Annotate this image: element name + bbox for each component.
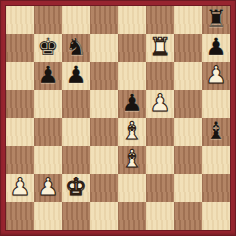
square-d7[interactable]	[90, 34, 118, 62]
black-pawn-b6[interactable]: ♟	[37, 61, 59, 89]
square-h6[interactable]: ♟	[202, 62, 230, 90]
white-pawn-b2[interactable]: ♟	[37, 173, 59, 201]
square-b7[interactable]: ♚	[34, 34, 62, 62]
square-g2[interactable]	[174, 174, 202, 202]
square-d4[interactable]	[90, 118, 118, 146]
chess-board: ♜♚♞♜♟♟♟♟♟♟♝♝♝♟♟♚	[6, 6, 230, 230]
square-e3[interactable]: ♝	[118, 146, 146, 174]
square-a8[interactable]	[6, 6, 34, 34]
square-b4[interactable]	[34, 118, 62, 146]
square-a7[interactable]	[6, 34, 34, 62]
square-e1[interactable]	[118, 202, 146, 230]
square-f4[interactable]	[146, 118, 174, 146]
square-f2[interactable]	[146, 174, 174, 202]
white-bishop-e3[interactable]: ♝	[121, 145, 143, 173]
square-g4[interactable]	[174, 118, 202, 146]
square-c1[interactable]	[62, 202, 90, 230]
black-pawn-c6[interactable]: ♟	[65, 61, 87, 89]
square-a6[interactable]	[6, 62, 34, 90]
black-pawn-h7[interactable]: ♟	[205, 33, 227, 61]
square-a3[interactable]	[6, 146, 34, 174]
square-d3[interactable]	[90, 146, 118, 174]
square-f3[interactable]	[146, 146, 174, 174]
square-c2[interactable]: ♚	[62, 174, 90, 202]
square-h7[interactable]: ♟	[202, 34, 230, 62]
square-c4[interactable]	[62, 118, 90, 146]
square-d5[interactable]	[90, 90, 118, 118]
square-f8[interactable]	[146, 6, 174, 34]
square-b5[interactable]	[34, 90, 62, 118]
square-f1[interactable]	[146, 202, 174, 230]
square-b2[interactable]: ♟	[34, 174, 62, 202]
square-a1[interactable]	[6, 202, 34, 230]
square-h8[interactable]: ♜	[202, 6, 230, 34]
square-g1[interactable]	[174, 202, 202, 230]
square-h4[interactable]: ♝	[202, 118, 230, 146]
square-g7[interactable]	[174, 34, 202, 62]
square-b3[interactable]	[34, 146, 62, 174]
square-g5[interactable]	[174, 90, 202, 118]
square-b1[interactable]	[34, 202, 62, 230]
square-e7[interactable]	[118, 34, 146, 62]
square-g3[interactable]	[174, 146, 202, 174]
square-h1[interactable]	[202, 202, 230, 230]
square-e5[interactable]: ♟	[118, 90, 146, 118]
white-pawn-a2[interactable]: ♟	[9, 173, 31, 201]
square-h5[interactable]	[202, 90, 230, 118]
square-c8[interactable]	[62, 6, 90, 34]
square-b6[interactable]: ♟	[34, 62, 62, 90]
square-a4[interactable]	[6, 118, 34, 146]
square-c5[interactable]	[62, 90, 90, 118]
square-b8[interactable]	[34, 6, 62, 34]
black-king-b7[interactable]: ♚	[37, 33, 59, 61]
white-bishop-e4[interactable]: ♝	[121, 117, 143, 145]
square-d8[interactable]	[90, 6, 118, 34]
square-c7[interactable]: ♞	[62, 34, 90, 62]
square-h3[interactable]	[202, 146, 230, 174]
square-d2[interactable]	[90, 174, 118, 202]
white-pawn-f5[interactable]: ♟	[149, 89, 171, 117]
square-a5[interactable]	[6, 90, 34, 118]
square-a2[interactable]: ♟	[6, 174, 34, 202]
square-f5[interactable]: ♟	[146, 90, 174, 118]
white-pawn-h6[interactable]: ♟	[205, 61, 227, 89]
square-g6[interactable]	[174, 62, 202, 90]
black-knight-c7[interactable]: ♞	[65, 33, 87, 61]
square-d1[interactable]	[90, 202, 118, 230]
square-d6[interactable]	[90, 62, 118, 90]
board-frame: ♜♚♞♜♟♟♟♟♟♟♝♝♝♟♟♚	[0, 0, 236, 236]
square-f6[interactable]	[146, 62, 174, 90]
white-rook-f7[interactable]: ♜	[149, 33, 171, 61]
square-e8[interactable]	[118, 6, 146, 34]
white-king-c2[interactable]: ♚	[65, 173, 87, 201]
square-c3[interactable]	[62, 146, 90, 174]
square-f7[interactable]: ♜	[146, 34, 174, 62]
square-e6[interactable]	[118, 62, 146, 90]
black-pawn-e5[interactable]: ♟	[121, 89, 143, 117]
black-rook-h8[interactable]: ♜	[205, 5, 227, 33]
square-g8[interactable]	[174, 6, 202, 34]
square-c6[interactable]: ♟	[62, 62, 90, 90]
square-h2[interactable]	[202, 174, 230, 202]
square-e4[interactable]: ♝	[118, 118, 146, 146]
square-e2[interactable]	[118, 174, 146, 202]
black-bishop-h4[interactable]: ♝	[205, 117, 227, 145]
